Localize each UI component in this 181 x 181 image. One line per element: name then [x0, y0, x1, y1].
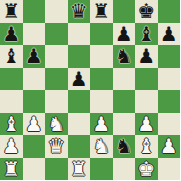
square-b1[interactable]: [23, 158, 46, 181]
square-g1[interactable]: ♚: [135, 158, 158, 181]
piece-black-pawn: ♟: [70, 68, 88, 88]
square-f1[interactable]: [113, 158, 136, 181]
square-a6[interactable]: ♝: [0, 45, 23, 68]
square-b3[interactable]: ♟: [23, 113, 46, 136]
square-e6[interactable]: [90, 45, 113, 68]
square-h1[interactable]: [158, 158, 181, 181]
square-e3[interactable]: ♟: [90, 113, 113, 136]
piece-white-rook: ♜: [2, 158, 20, 178]
piece-white-king: ♚: [137, 158, 155, 178]
square-e2[interactable]: ♞: [90, 135, 113, 158]
square-a2[interactable]: ♟: [0, 135, 23, 158]
piece-black-bishop: ♝: [2, 46, 20, 66]
square-e7[interactable]: [90, 23, 113, 46]
piece-black-queen: ♛: [70, 1, 88, 21]
piece-white-queen: ♛: [47, 136, 65, 156]
square-g6[interactable]: ♟: [135, 45, 158, 68]
square-a5[interactable]: [0, 68, 23, 91]
piece-white-knight: ♞: [47, 113, 65, 133]
square-g3[interactable]: ♟: [135, 113, 158, 136]
piece-black-pawn: ♟: [25, 46, 43, 66]
square-d7[interactable]: [68, 23, 91, 46]
square-a1[interactable]: ♜: [0, 158, 23, 181]
piece-white-pawn: ♟: [25, 113, 43, 133]
square-h3[interactable]: [158, 113, 181, 136]
square-g2[interactable]: ♝: [135, 135, 158, 158]
square-e8[interactable]: ♜: [90, 0, 113, 23]
square-c8[interactable]: [45, 0, 68, 23]
square-d3[interactable]: [68, 113, 91, 136]
square-g7[interactable]: ♝: [135, 23, 158, 46]
piece-black-pawn: ♟: [2, 23, 20, 43]
square-f4[interactable]: [113, 90, 136, 113]
square-b6[interactable]: ♟: [23, 45, 46, 68]
square-c5[interactable]: [45, 68, 68, 91]
square-e1[interactable]: [90, 158, 113, 181]
piece-black-pawn: ♟: [137, 46, 155, 66]
square-f5[interactable]: [113, 68, 136, 91]
square-c2[interactable]: ♛: [45, 135, 68, 158]
square-h5[interactable]: [158, 68, 181, 91]
piece-white-pawn: ♟: [160, 136, 178, 156]
square-b5[interactable]: [23, 68, 46, 91]
piece-white-bishop: ♝: [137, 136, 155, 156]
square-c4[interactable]: [45, 90, 68, 113]
square-c6[interactable]: [45, 45, 68, 68]
square-d6[interactable]: [68, 45, 91, 68]
square-g5[interactable]: [135, 68, 158, 91]
square-h6[interactable]: [158, 45, 181, 68]
square-b2[interactable]: [23, 135, 46, 158]
square-a4[interactable]: [0, 90, 23, 113]
piece-white-rook: ♜: [70, 158, 88, 178]
square-a8[interactable]: ♜: [0, 0, 23, 23]
square-c7[interactable]: [45, 23, 68, 46]
square-d8[interactable]: ♛: [68, 0, 91, 23]
square-h4[interactable]: [158, 90, 181, 113]
square-d2[interactable]: [68, 135, 91, 158]
square-c3[interactable]: ♞: [45, 113, 68, 136]
square-f3[interactable]: [113, 113, 136, 136]
square-a7[interactable]: ♟: [0, 23, 23, 46]
piece-black-pawn: ♟: [115, 23, 133, 43]
square-g8[interactable]: ♚: [135, 0, 158, 23]
square-c1[interactable]: [45, 158, 68, 181]
square-f8[interactable]: [113, 0, 136, 23]
square-f7[interactable]: ♟: [113, 23, 136, 46]
piece-white-pawn: ♟: [137, 113, 155, 133]
piece-black-bishop: ♝: [137, 23, 155, 43]
square-f2[interactable]: ♞: [113, 135, 136, 158]
piece-black-rook: ♜: [92, 1, 110, 21]
square-e4[interactable]: [90, 90, 113, 113]
piece-white-pawn: ♟: [2, 136, 20, 156]
piece-black-knight: ♞: [115, 46, 133, 66]
piece-black-knight: ♞: [115, 136, 133, 156]
square-d5[interactable]: ♟: [68, 68, 91, 91]
square-h8[interactable]: [158, 0, 181, 23]
square-a3[interactable]: ♝: [0, 113, 23, 136]
square-h7[interactable]: ♟: [158, 23, 181, 46]
square-b7[interactable]: [23, 23, 46, 46]
square-e5[interactable]: [90, 68, 113, 91]
piece-white-knight: ♞: [92, 136, 110, 156]
square-f6[interactable]: ♞: [113, 45, 136, 68]
square-b4[interactable]: [23, 90, 46, 113]
piece-black-pawn: ♟: [160, 23, 178, 43]
piece-black-rook: ♜: [2, 1, 20, 21]
square-d4[interactable]: [68, 90, 91, 113]
square-g4[interactable]: [135, 90, 158, 113]
piece-white-pawn: ♟: [92, 113, 110, 133]
chess-board: ♜♛♜♚♟♟♝♟♝♟♞♟♟♝♟♞♟♟♟♛♞♞♝♟♜♜♚: [0, 0, 180, 180]
piece-white-bishop: ♝: [2, 113, 20, 133]
square-d1[interactable]: ♜: [68, 158, 91, 181]
square-h2[interactable]: ♟: [158, 135, 181, 158]
piece-black-king: ♚: [137, 1, 155, 21]
square-b8[interactable]: [23, 0, 46, 23]
